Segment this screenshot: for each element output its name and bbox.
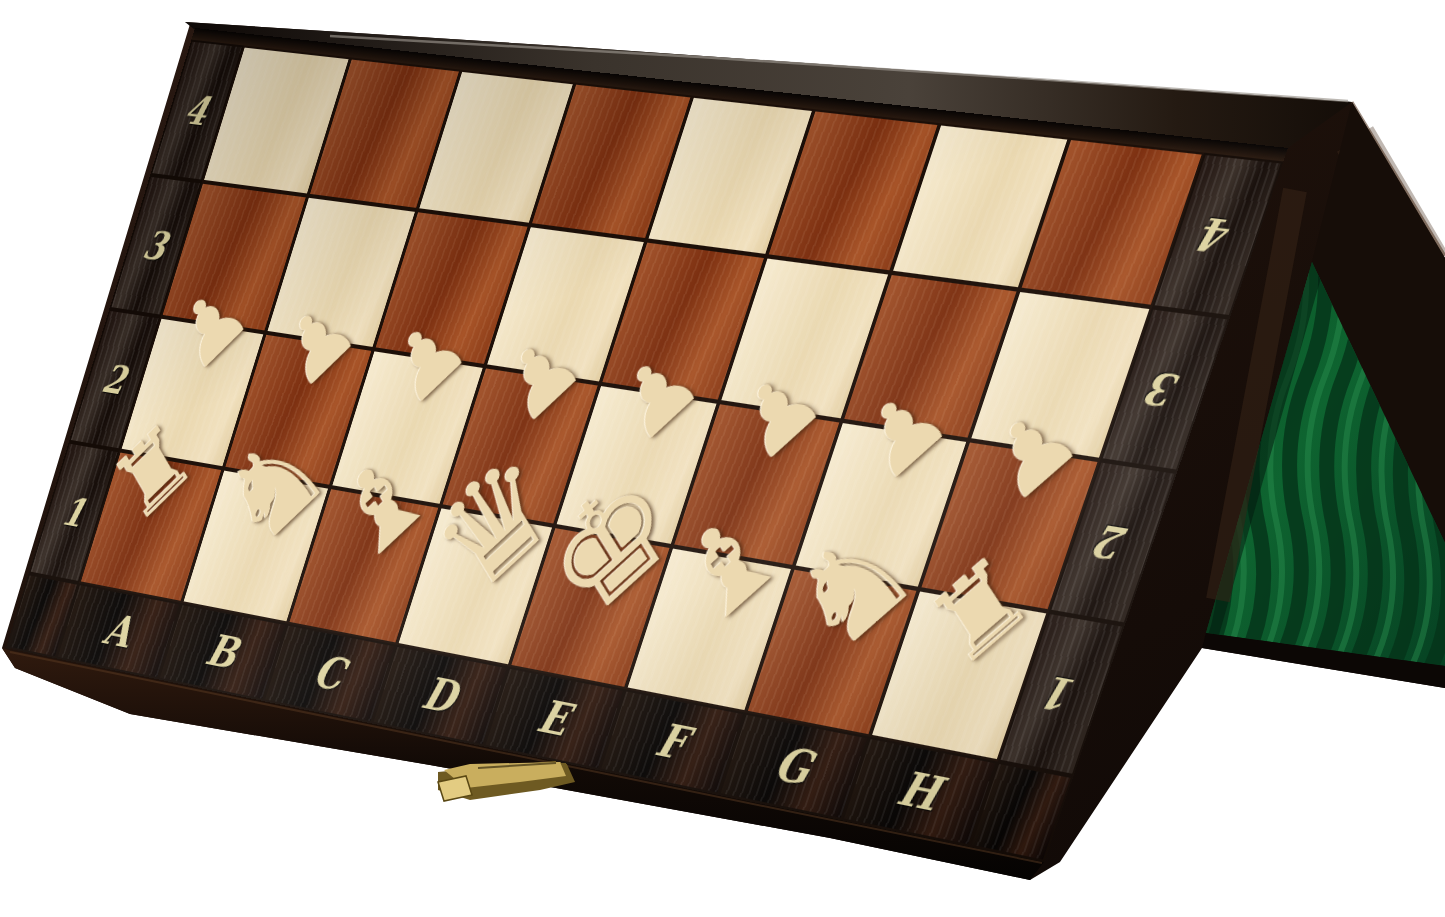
chess-set-photo: 44332211ABCDEFGH ♟♟♟♟♟♟♟♟♜♞♝♛♚♝♞♜ [0,0,1445,917]
piece-white-pawn: ♟ [847,367,962,499]
piece-white-pawn: ♟ [270,282,368,404]
piece-white-pawn: ♟ [378,298,479,422]
piece-white-rook: ♜ [101,405,206,540]
piece-white-pawn: ♟ [974,385,1093,519]
piece-white-knight: ♞ [772,493,935,681]
piece-white-pawn: ♟ [165,267,260,387]
piece-white-rook: ♜ [914,535,1047,686]
piece-white-pawn: ♟ [724,349,835,479]
